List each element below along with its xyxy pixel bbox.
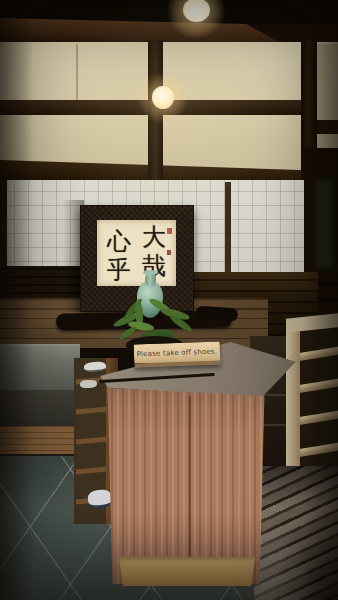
wooden-step [0,426,76,456]
duckboard-shading [254,466,338,600]
desk-panel-seam [189,396,191,564]
alcove-shelf-line [316,298,338,301]
desk-plinth [116,556,258,586]
calligraphy-paper: 大哉 心乎 [97,220,176,286]
wall-panel-seam [76,44,78,102]
light-bulb [152,86,174,109]
stone-step-top [0,344,80,392]
calligraphy-left-column: 心乎 [104,227,134,285]
take-off-shoes-sign: Please take off shoes. [134,342,221,368]
red-seal-small [167,250,171,255]
sign-text: Please take off shoes. [136,347,217,358]
stone-step-riser [0,390,78,428]
shoe-shelf-right [286,316,338,488]
shelf-side-panel [286,324,300,488]
vase-lip [143,270,158,275]
wainscot-divider [225,182,231,274]
alcove-interior [316,180,334,268]
right-wall-rail [316,120,338,134]
alcove-shelf-line [316,282,338,285]
photo-japanese-entryway: 大哉 心乎 [0,0,338,600]
reception-desk-front [106,384,266,584]
red-seal [167,228,172,234]
